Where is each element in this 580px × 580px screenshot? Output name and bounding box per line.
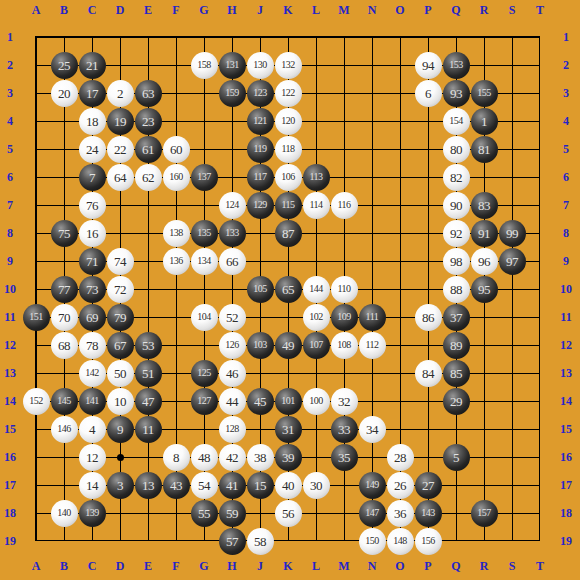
board-cell-F12[interactable] [162,331,190,359]
board-cell-L1[interactable] [302,23,330,51]
board-cell-S13[interactable] [498,359,526,387]
board-cell-L7[interactable]: 114 [302,191,330,219]
board-cell-N10[interactable] [358,275,386,303]
board-cell-J15[interactable] [246,415,274,443]
board-cell-D15[interactable]: 9 [106,415,134,443]
board-cell-B12[interactable]: 68 [50,331,78,359]
board-cell-R5[interactable]: 81 [470,135,498,163]
board-cell-F15[interactable] [162,415,190,443]
board-cell-D8[interactable] [106,219,134,247]
board-cell-H6[interactable] [218,163,246,191]
board-cell-M10[interactable]: 110 [330,275,358,303]
board-cell-J4[interactable]: 121 [246,107,274,135]
board-cell-F19[interactable] [162,527,190,555]
board-cell-K14[interactable]: 101 [274,387,302,415]
board-cell-B1[interactable] [50,23,78,51]
board-cell-O11[interactable] [386,303,414,331]
board-cell-B17[interactable] [50,471,78,499]
board-cell-E15[interactable]: 11 [134,415,162,443]
board-cell-S3[interactable] [498,79,526,107]
board-cell-D16[interactable] [106,443,134,471]
board-cell-Q19[interactable] [442,527,470,555]
board-cell-N14[interactable] [358,387,386,415]
board-cell-N12[interactable]: 112 [358,331,386,359]
board-cell-J7[interactable]: 129 [246,191,274,219]
board-cell-S11[interactable] [498,303,526,331]
board-cell-E7[interactable] [134,191,162,219]
board-cell-O1[interactable] [386,23,414,51]
board-cell-A7[interactable] [22,191,50,219]
board-cell-A5[interactable] [22,135,50,163]
board-cell-B7[interactable] [50,191,78,219]
board-cell-B3[interactable]: 20 [50,79,78,107]
board-cell-K16[interactable]: 39 [274,443,302,471]
board-cell-M8[interactable] [330,219,358,247]
board-cell-O16[interactable]: 28 [386,443,414,471]
board-cell-A2[interactable] [22,51,50,79]
board-cell-E6[interactable]: 62 [134,163,162,191]
board-cell-L15[interactable] [302,415,330,443]
board-cell-D7[interactable] [106,191,134,219]
board-cell-O3[interactable] [386,79,414,107]
board-cell-R10[interactable]: 95 [470,275,498,303]
board-cell-N15[interactable]: 34 [358,415,386,443]
board-cell-R14[interactable] [470,387,498,415]
board-cell-Q7[interactable]: 90 [442,191,470,219]
board-cell-H3[interactable]: 159 [218,79,246,107]
board-cell-P1[interactable] [414,23,442,51]
board-cell-R15[interactable] [470,415,498,443]
board-cell-K4[interactable]: 120 [274,107,302,135]
board-cell-H7[interactable]: 124 [218,191,246,219]
board-cell-N19[interactable]: 150 [358,527,386,555]
board-cell-A16[interactable] [22,443,50,471]
board-cell-S9[interactable]: 97 [498,247,526,275]
board-cell-L10[interactable]: 144 [302,275,330,303]
board-cell-B16[interactable] [50,443,78,471]
board-cell-R7[interactable]: 83 [470,191,498,219]
board-cell-F4[interactable] [162,107,190,135]
board-cell-N6[interactable] [358,163,386,191]
board-cell-P16[interactable] [414,443,442,471]
board-cell-N8[interactable] [358,219,386,247]
board-cell-F10[interactable] [162,275,190,303]
board-cell-Q14[interactable]: 29 [442,387,470,415]
board-cell-Q2[interactable]: 153 [442,51,470,79]
board-cell-K6[interactable]: 106 [274,163,302,191]
board-cell-Q5[interactable]: 80 [442,135,470,163]
board-cell-J8[interactable] [246,219,274,247]
board-cell-Q9[interactable]: 98 [442,247,470,275]
board-cell-Q10[interactable]: 88 [442,275,470,303]
board-cell-H1[interactable] [218,23,246,51]
board-cell-M17[interactable] [330,471,358,499]
board-cell-E17[interactable]: 13 [134,471,162,499]
board-cell-K18[interactable]: 56 [274,499,302,527]
board-cell-L2[interactable] [302,51,330,79]
board-cell-K2[interactable]: 132 [274,51,302,79]
board-cell-J5[interactable]: 119 [246,135,274,163]
board-cell-R19[interactable] [470,527,498,555]
board-cell-J18[interactable] [246,499,274,527]
board-cell-O9[interactable] [386,247,414,275]
board-cell-S10[interactable] [498,275,526,303]
board-cell-Q1[interactable] [442,23,470,51]
board-cell-L11[interactable]: 102 [302,303,330,331]
board-cell-O12[interactable] [386,331,414,359]
board-cell-M3[interactable] [330,79,358,107]
board-cell-C8[interactable]: 16 [78,219,106,247]
board-cell-P11[interactable]: 86 [414,303,442,331]
board-cell-N16[interactable] [358,443,386,471]
board-cell-C10[interactable]: 73 [78,275,106,303]
board-cell-F1[interactable] [162,23,190,51]
board-cell-R17[interactable] [470,471,498,499]
board-cell-F6[interactable]: 160 [162,163,190,191]
board-cell-O18[interactable]: 36 [386,499,414,527]
board-cell-N3[interactable] [358,79,386,107]
board-cell-H16[interactable]: 42 [218,443,246,471]
board-cell-L17[interactable]: 30 [302,471,330,499]
board-cell-D14[interactable]: 10 [106,387,134,415]
board-cell-N9[interactable] [358,247,386,275]
board-cell-T17[interactable] [526,471,554,499]
board-cell-D10[interactable]: 72 [106,275,134,303]
board-cell-S5[interactable] [498,135,526,163]
board-cell-E18[interactable] [134,499,162,527]
board-cell-Q13[interactable]: 85 [442,359,470,387]
board-cell-E8[interactable] [134,219,162,247]
board-cell-M16[interactable]: 35 [330,443,358,471]
board-cell-M15[interactable]: 33 [330,415,358,443]
board-cell-B5[interactable] [50,135,78,163]
board-cell-R18[interactable]: 157 [470,499,498,527]
board-cell-R8[interactable]: 91 [470,219,498,247]
board-cell-O7[interactable] [386,191,414,219]
board-cell-P6[interactable] [414,163,442,191]
board-cell-A1[interactable] [22,23,50,51]
board-cell-S16[interactable] [498,443,526,471]
board-cell-K12[interactable]: 49 [274,331,302,359]
board-cell-L8[interactable] [302,219,330,247]
board-cell-K15[interactable]: 31 [274,415,302,443]
board-cell-F16[interactable]: 8 [162,443,190,471]
board-cell-K3[interactable]: 122 [274,79,302,107]
board-cell-D2[interactable] [106,51,134,79]
board-cell-T6[interactable] [526,163,554,191]
board-cell-S6[interactable] [498,163,526,191]
board-cell-K10[interactable]: 65 [274,275,302,303]
board-cell-G18[interactable]: 55 [190,499,218,527]
board-cell-G1[interactable] [190,23,218,51]
board-cell-Q15[interactable] [442,415,470,443]
board-cell-M9[interactable] [330,247,358,275]
board-cell-M18[interactable] [330,499,358,527]
board-cell-E5[interactable]: 61 [134,135,162,163]
board-cell-K13[interactable] [274,359,302,387]
board-cell-N13[interactable] [358,359,386,387]
board-cell-T16[interactable] [526,443,554,471]
board-cell-C7[interactable]: 76 [78,191,106,219]
board-cell-C6[interactable]: 7 [78,163,106,191]
board-cell-C16[interactable]: 12 [78,443,106,471]
board-cell-R4[interactable]: 1 [470,107,498,135]
board-cell-F13[interactable] [162,359,190,387]
board-cell-Q12[interactable]: 89 [442,331,470,359]
board-cell-D12[interactable]: 67 [106,331,134,359]
board-cell-L5[interactable] [302,135,330,163]
board-cell-C5[interactable]: 24 [78,135,106,163]
board-cell-T14[interactable] [526,387,554,415]
board-cell-B2[interactable]: 25 [50,51,78,79]
board-cell-A13[interactable] [22,359,50,387]
board-cell-A17[interactable] [22,471,50,499]
board-cell-P2[interactable]: 94 [414,51,442,79]
board-cell-E3[interactable]: 63 [134,79,162,107]
board-cell-G15[interactable] [190,415,218,443]
board-cell-E1[interactable] [134,23,162,51]
board-cell-C4[interactable]: 18 [78,107,106,135]
board-cell-A19[interactable] [22,527,50,555]
board-cell-H12[interactable]: 126 [218,331,246,359]
board-cell-J14[interactable]: 45 [246,387,274,415]
board-cell-D17[interactable]: 3 [106,471,134,499]
board-cell-M13[interactable] [330,359,358,387]
board-cell-T13[interactable] [526,359,554,387]
board-cell-O8[interactable] [386,219,414,247]
board-cell-A11[interactable]: 151 [22,303,50,331]
board-cell-H11[interactable]: 52 [218,303,246,331]
board-cell-F3[interactable] [162,79,190,107]
board-cell-J16[interactable]: 38 [246,443,274,471]
board-cell-N1[interactable] [358,23,386,51]
board-cell-M19[interactable] [330,527,358,555]
board-cell-C9[interactable]: 71 [78,247,106,275]
board-cell-L4[interactable] [302,107,330,135]
board-cell-J2[interactable]: 130 [246,51,274,79]
board-cell-R11[interactable] [470,303,498,331]
board-cell-H8[interactable]: 133 [218,219,246,247]
board-cell-J3[interactable]: 123 [246,79,274,107]
board-cell-T9[interactable] [526,247,554,275]
board-cell-K8[interactable]: 87 [274,219,302,247]
board-cell-O2[interactable] [386,51,414,79]
board-cell-G8[interactable]: 135 [190,219,218,247]
board-cell-K5[interactable]: 118 [274,135,302,163]
board-cell-S7[interactable] [498,191,526,219]
board-cell-Q11[interactable]: 37 [442,303,470,331]
board-cell-D18[interactable] [106,499,134,527]
board-cell-G19[interactable] [190,527,218,555]
board-cell-M6[interactable] [330,163,358,191]
board-cell-R1[interactable] [470,23,498,51]
board-cell-O6[interactable] [386,163,414,191]
board-cell-S8[interactable]: 99 [498,219,526,247]
board-cell-M11[interactable]: 109 [330,303,358,331]
board-cell-R2[interactable] [470,51,498,79]
board-cell-D3[interactable]: 2 [106,79,134,107]
board-cell-B14[interactable]: 145 [50,387,78,415]
board-cell-H2[interactable]: 131 [218,51,246,79]
board-cell-J1[interactable] [246,23,274,51]
board-cell-N5[interactable] [358,135,386,163]
board-cell-P17[interactable]: 27 [414,471,442,499]
board-cell-P18[interactable]: 143 [414,499,442,527]
board-cell-G11[interactable]: 104 [190,303,218,331]
board-cell-G13[interactable]: 125 [190,359,218,387]
board-cell-T7[interactable] [526,191,554,219]
board-cell-C2[interactable]: 21 [78,51,106,79]
board-cell-B8[interactable]: 75 [50,219,78,247]
board-cell-G16[interactable]: 48 [190,443,218,471]
board-cell-R9[interactable]: 96 [470,247,498,275]
board-cell-R3[interactable]: 155 [470,79,498,107]
board-cell-D9[interactable]: 74 [106,247,134,275]
board-cell-F17[interactable]: 43 [162,471,190,499]
board-cell-C17[interactable]: 14 [78,471,106,499]
board-cell-G4[interactable] [190,107,218,135]
board-cell-G5[interactable] [190,135,218,163]
board-cell-P8[interactable] [414,219,442,247]
board-cell-D5[interactable]: 22 [106,135,134,163]
board-cell-J10[interactable]: 105 [246,275,274,303]
board-cell-C1[interactable] [78,23,106,51]
board-cell-M7[interactable]: 116 [330,191,358,219]
board-cell-L12[interactable]: 107 [302,331,330,359]
board-cell-J6[interactable]: 117 [246,163,274,191]
board-cell-J19[interactable]: 58 [246,527,274,555]
board-cell-T15[interactable] [526,415,554,443]
board-cell-M4[interactable] [330,107,358,135]
board-cell-L18[interactable] [302,499,330,527]
board-cell-F9[interactable]: 136 [162,247,190,275]
board-cell-P12[interactable] [414,331,442,359]
board-cell-H18[interactable]: 59 [218,499,246,527]
board-cell-S14[interactable] [498,387,526,415]
board-cell-P3[interactable]: 6 [414,79,442,107]
board-cell-B11[interactable]: 70 [50,303,78,331]
board-cell-L19[interactable] [302,527,330,555]
board-cell-L6[interactable]: 113 [302,163,330,191]
board-cell-L13[interactable] [302,359,330,387]
board-cell-J13[interactable] [246,359,274,387]
board-cell-J11[interactable] [246,303,274,331]
board-cell-B19[interactable] [50,527,78,555]
board-cell-B10[interactable]: 77 [50,275,78,303]
board-cell-A8[interactable] [22,219,50,247]
board-cell-H10[interactable] [218,275,246,303]
board-cell-B6[interactable] [50,163,78,191]
board-cell-H5[interactable] [218,135,246,163]
board-cell-R6[interactable] [470,163,498,191]
board-cell-D1[interactable] [106,23,134,51]
board-cell-S12[interactable] [498,331,526,359]
board-cell-Q6[interactable]: 82 [442,163,470,191]
board-cell-D4[interactable]: 19 [106,107,134,135]
board-cell-G9[interactable]: 134 [190,247,218,275]
board-cell-D13[interactable]: 50 [106,359,134,387]
board-cell-D19[interactable] [106,527,134,555]
board-cell-C19[interactable] [78,527,106,555]
board-cell-R12[interactable] [470,331,498,359]
board-cell-H4[interactable] [218,107,246,135]
board-cell-S2[interactable] [498,51,526,79]
board-cell-T11[interactable] [526,303,554,331]
board-cell-K19[interactable] [274,527,302,555]
board-cell-C14[interactable]: 141 [78,387,106,415]
board-cell-B9[interactable] [50,247,78,275]
board-cell-E19[interactable] [134,527,162,555]
board-cell-S17[interactable] [498,471,526,499]
board-cell-Q16[interactable]: 5 [442,443,470,471]
board-cell-A3[interactable] [22,79,50,107]
board-cell-A10[interactable] [22,275,50,303]
board-cell-T2[interactable] [526,51,554,79]
board-cell-H14[interactable]: 44 [218,387,246,415]
board-cell-P9[interactable] [414,247,442,275]
board-cell-T3[interactable] [526,79,554,107]
board-cell-B15[interactable]: 146 [50,415,78,443]
board-cell-L9[interactable] [302,247,330,275]
board-cell-M1[interactable] [330,23,358,51]
board-cell-L3[interactable] [302,79,330,107]
board-cell-E10[interactable] [134,275,162,303]
board-cell-K9[interactable] [274,247,302,275]
board-cell-F18[interactable] [162,499,190,527]
board-cell-P7[interactable] [414,191,442,219]
board-cell-F11[interactable] [162,303,190,331]
board-cell-A14[interactable]: 152 [22,387,50,415]
board-cell-E4[interactable]: 23 [134,107,162,135]
board-cell-M5[interactable] [330,135,358,163]
board-cell-S15[interactable] [498,415,526,443]
board-cell-C12[interactable]: 78 [78,331,106,359]
board-cell-O13[interactable] [386,359,414,387]
board-cell-O14[interactable] [386,387,414,415]
board-cell-N17[interactable]: 149 [358,471,386,499]
board-cell-G17[interactable]: 54 [190,471,218,499]
board-cell-P15[interactable] [414,415,442,443]
board-cell-N18[interactable]: 147 [358,499,386,527]
board-cell-D11[interactable]: 79 [106,303,134,331]
board-cell-E9[interactable] [134,247,162,275]
board-cell-O10[interactable] [386,275,414,303]
board-cell-T5[interactable] [526,135,554,163]
board-cell-E14[interactable]: 47 [134,387,162,415]
board-cell-T8[interactable] [526,219,554,247]
board-cell-F7[interactable] [162,191,190,219]
board-cell-G12[interactable] [190,331,218,359]
board-cell-P5[interactable] [414,135,442,163]
board-cell-K7[interactable]: 115 [274,191,302,219]
board-cell-O15[interactable] [386,415,414,443]
board-cell-Q3[interactable]: 93 [442,79,470,107]
board-cell-B4[interactable] [50,107,78,135]
board-cell-Q17[interactable] [442,471,470,499]
board-cell-G6[interactable]: 137 [190,163,218,191]
board-cell-K11[interactable] [274,303,302,331]
board-cell-B13[interactable] [50,359,78,387]
board-cell-E11[interactable] [134,303,162,331]
board-cell-G14[interactable]: 127 [190,387,218,415]
board-cell-A6[interactable] [22,163,50,191]
board-cell-O17[interactable]: 26 [386,471,414,499]
board-cell-J12[interactable]: 103 [246,331,274,359]
board-cell-M12[interactable]: 108 [330,331,358,359]
board-cell-C3[interactable]: 17 [78,79,106,107]
board-cell-S1[interactable] [498,23,526,51]
board-cell-S18[interactable] [498,499,526,527]
